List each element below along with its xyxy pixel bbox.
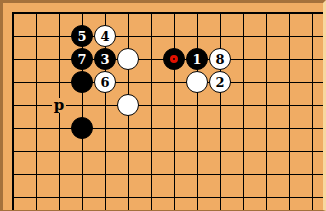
go-diagram-frame: 54731862p	[0, 0, 326, 211]
intersection-cell: 5	[71, 25, 94, 48]
intersection-cell: 2	[209, 71, 232, 94]
intersection-cell: 6	[94, 71, 117, 94]
intersection-cell	[186, 71, 209, 94]
black-stone	[71, 117, 93, 139]
intersection-cell: 7	[71, 48, 94, 71]
intersection-cell: 3	[94, 48, 117, 71]
black-stone: 1	[186, 48, 208, 70]
white-stone	[117, 94, 139, 116]
white-stone	[186, 71, 208, 93]
intersection-cell: 1	[186, 48, 209, 71]
intersection-cell	[117, 94, 140, 117]
intersection-cell	[117, 48, 140, 71]
intersection-cell	[163, 48, 186, 71]
black-stone	[71, 71, 93, 93]
red-circle-marker	[170, 55, 178, 63]
black-stone: 7	[71, 48, 93, 70]
black-stone: 5	[71, 25, 93, 47]
white-stone: 8	[209, 48, 231, 70]
intersection-cell	[71, 71, 94, 94]
intersection-cell: 4	[94, 25, 117, 48]
black-stone	[163, 48, 185, 70]
intersections-grid: 54731862p	[3, 3, 323, 209]
white-stone: 6	[94, 71, 116, 93]
go-board: 54731862p	[3, 3, 323, 210]
intersection-cell	[71, 117, 94, 140]
white-stone	[117, 48, 139, 70]
intersection-cell: 8	[209, 48, 232, 71]
white-stone: 2	[209, 71, 231, 93]
black-stone: 3	[94, 48, 116, 70]
white-stone: 4	[94, 25, 116, 47]
point-label-p: p	[52, 98, 67, 113]
intersection-cell: p	[48, 94, 71, 117]
